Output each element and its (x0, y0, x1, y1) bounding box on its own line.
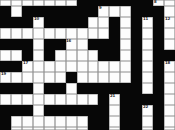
white-cell-r11-c4[interactable] (44, 116, 55, 127)
white-cell-r4-c3[interactable] (33, 39, 44, 50)
black-cell-r11-c9 (98, 116, 109, 127)
black-cell-r7-c12 (131, 72, 142, 83)
white-cell-r3-c4[interactable] (44, 28, 55, 39)
black-cell-r6-c1 (11, 61, 22, 72)
white-cell-r12-c1[interactable] (11, 127, 22, 130)
black-cell-r4-c12 (131, 39, 142, 50)
white-cell-r6-c13[interactable] (142, 61, 153, 72)
white-cell-r7-c2[interactable] (22, 72, 33, 83)
white-cell-r8-c15[interactable] (164, 83, 175, 94)
clue-number-21: 21 (110, 94, 115, 98)
white-cell-r7-c8[interactable] (88, 72, 99, 83)
black-cell-r9-c9 (98, 94, 109, 105)
white-cell-r12-c2[interactable] (22, 127, 33, 130)
white-cell-r2-c15[interactable]: 12 (164, 17, 175, 28)
white-cell-r6-c6[interactable] (66, 61, 77, 72)
white-cell-r9-c5[interactable] (55, 94, 66, 105)
black-cell-r11-c14 (153, 116, 164, 127)
white-cell-r5-c7[interactable] (77, 50, 88, 61)
black-cell-r9-c14 (153, 94, 164, 105)
white-cell-r10-c13[interactable]: 22 (142, 105, 153, 116)
white-cell-r12-c5[interactable] (55, 127, 66, 130)
white-cell-r2-c13[interactable]: 11 (142, 17, 153, 28)
clue-number-18: 18 (165, 61, 170, 65)
white-cell-r1-c11[interactable] (120, 6, 131, 17)
black-cell-r8-c5 (55, 83, 66, 94)
clue-number-11: 11 (143, 17, 148, 21)
black-cell-r2-c6 (66, 17, 77, 28)
white-cell-r11-c7[interactable] (77, 116, 88, 127)
black-cell-r10-c1 (11, 105, 22, 116)
white-cell-r6-c9[interactable] (98, 61, 109, 72)
white-cell-r11-c10[interactable] (109, 116, 120, 127)
white-cell-r9-c0[interactable] (0, 94, 11, 105)
black-cell-r5-c14 (153, 50, 164, 61)
black-cell-r10-c8 (88, 105, 99, 116)
white-cell-r12-c13[interactable] (142, 127, 153, 130)
black-cell-r10-c12 (131, 105, 142, 116)
white-cell-r8-c13[interactable] (142, 83, 153, 94)
black-cell-r5-c10 (109, 50, 120, 61)
black-cell-r1-c8 (88, 6, 99, 17)
black-cell-r9-c11 (120, 94, 131, 105)
black-cell-r10-c2 (22, 105, 33, 116)
white-cell-r12-c3[interactable] (33, 127, 44, 130)
white-cell-r7-c4[interactable] (44, 72, 55, 83)
black-cell-r8-c7 (77, 83, 88, 94)
black-cell-r8-c1 (11, 83, 22, 94)
black-cell-r2-c12 (131, 17, 142, 28)
white-cell-r9-c3[interactable] (33, 94, 44, 105)
white-cell-r6-c15[interactable]: 18 (164, 61, 175, 72)
clue-number-19: 19 (1, 72, 6, 76)
black-cell-r4-c10 (109, 39, 120, 50)
white-cell-r5-c1[interactable] (11, 50, 22, 61)
white-cell-r7-c5[interactable] (55, 72, 66, 83)
black-cell-r2-c4 (44, 17, 55, 28)
clue-number-12: 12 (165, 17, 170, 21)
white-cell-r10-c15[interactable] (164, 105, 175, 116)
white-cell-r3-c0[interactable] (0, 28, 11, 39)
black-cell-r5-c12 (131, 50, 142, 61)
black-cell-r8-c2 (22, 83, 33, 94)
white-cell-r3-c7[interactable] (77, 28, 88, 39)
white-cell-r11-c15[interactable] (164, 116, 175, 127)
white-cell-r12-c4[interactable] (44, 127, 55, 130)
black-cell-r1-c13 (142, 6, 153, 17)
white-cell-r4-c13[interactable] (142, 39, 153, 50)
black-cell-r4-c2 (22, 39, 33, 50)
black-cell-r3-c10 (109, 28, 120, 39)
white-cell-r4-c15[interactable] (164, 39, 175, 50)
white-cell-r7-c13[interactable] (142, 72, 153, 83)
white-cell-r7-c9[interactable] (98, 72, 109, 83)
white-cell-r6-c8[interactable] (88, 61, 99, 72)
black-cell-r10-c6 (66, 105, 77, 116)
black-cell-r2-c0 (0, 17, 11, 28)
white-cell-r10-c3[interactable] (33, 105, 44, 116)
crossword-grid: 89101112161718192122 (0, 0, 175, 130)
white-cell-r5-c0[interactable] (0, 50, 11, 61)
white-cell-r2-c11[interactable] (120, 17, 131, 28)
black-cell-r2-c2 (22, 17, 33, 28)
black-cell-r8-c14 (153, 83, 164, 94)
white-cell-r9-c1[interactable] (11, 94, 22, 105)
black-cell-r12-c12 (131, 127, 142, 130)
white-cell-r3-c11[interactable] (120, 28, 131, 39)
black-cell-r1-c14 (153, 6, 164, 17)
black-cell-r7-c6 (66, 72, 77, 83)
white-cell-r9-c7[interactable] (77, 94, 88, 105)
black-cell-r10-c4 (44, 105, 55, 116)
white-cell-r9-c10[interactable]: 21 (109, 94, 120, 105)
black-cell-r4-c1 (11, 39, 22, 50)
white-cell-r3-c8[interactable] (88, 28, 99, 39)
black-cell-r12-c11 (120, 127, 131, 130)
white-cell-r11-c5[interactable] (55, 116, 66, 127)
white-cell-r4-c6[interactable]: 16 (66, 39, 77, 50)
white-cell-r11-c3[interactable] (33, 116, 44, 127)
black-cell-r5-c9 (98, 50, 109, 61)
black-cell-r2-c7 (77, 17, 88, 28)
white-cell-r7-c10[interactable] (109, 72, 120, 83)
black-cell-r8-c4 (44, 83, 55, 94)
black-cell-r3-c14 (153, 28, 164, 39)
white-cell-r7-c1[interactable] (11, 72, 22, 83)
white-cell-r5-c3[interactable] (33, 50, 44, 61)
white-cell-r6-c10[interactable] (109, 61, 120, 72)
clue-number-8: 8 (154, 0, 156, 4)
white-cell-r3-c6[interactable] (66, 28, 77, 39)
white-cell-r9-c4[interactable] (44, 94, 55, 105)
white-cell-r9-c8[interactable] (88, 94, 99, 105)
black-cell-r11-c8 (88, 116, 99, 127)
white-cell-r3-c9[interactable] (98, 28, 109, 39)
white-cell-r8-c3[interactable] (33, 83, 44, 94)
white-cell-r5-c13[interactable] (142, 50, 153, 61)
white-cell-r7-c15[interactable] (164, 72, 175, 83)
black-cell-r4-c9 (98, 39, 109, 50)
white-cell-r3-c5[interactable] (55, 28, 66, 39)
white-cell-r10-c10[interactable] (109, 105, 120, 116)
white-cell-r11-c1[interactable] (11, 116, 22, 127)
white-cell-r7-c7[interactable] (77, 72, 88, 83)
white-cell-r9-c6[interactable] (66, 94, 77, 105)
black-cell-r2-c1 (11, 17, 22, 28)
black-cell-r2-c5 (55, 17, 66, 28)
black-cell-r8-c0 (0, 83, 11, 94)
black-cell-r4-c8 (88, 39, 99, 50)
white-cell-r12-c6[interactable] (66, 127, 77, 130)
white-cell-r9-c2[interactable] (22, 94, 33, 105)
black-cell-r4-c14 (153, 39, 164, 50)
black-cell-r10-c11 (120, 105, 131, 116)
white-cell-r6-c5[interactable] (55, 61, 66, 72)
black-cell-r2-c14 (153, 17, 164, 28)
black-cell-r1-c2 (22, 6, 33, 17)
black-cell-r8-c11 (120, 83, 131, 94)
white-cell-r4-c7[interactable] (77, 39, 88, 50)
black-cell-r12-c9 (98, 127, 109, 130)
clue-number-10: 10 (34, 17, 39, 21)
black-cell-r3-c12 (131, 28, 142, 39)
black-cell-r12-c8 (88, 127, 99, 130)
white-cell-r3-c3[interactable] (33, 28, 44, 39)
black-cell-r2-c10 (109, 17, 120, 28)
black-cell-r5-c15 (164, 50, 175, 61)
black-cell-r11-c0 (0, 116, 11, 127)
black-cell-r1-c6 (66, 6, 77, 17)
white-cell-r12-c10[interactable] (109, 127, 120, 130)
black-cell-r8-c8 (88, 83, 99, 94)
black-cell-r8-c12 (131, 83, 142, 94)
white-cell-r8-c6[interactable] (66, 83, 77, 94)
black-cell-r4-c4 (44, 39, 55, 50)
clue-number-17: 17 (23, 61, 28, 65)
black-cell-r1-c7 (77, 6, 88, 17)
clue-number-16: 16 (66, 39, 71, 43)
white-cell-r7-c3[interactable] (33, 72, 44, 83)
black-cell-r10-c14 (153, 105, 164, 116)
black-cell-r12-c14 (153, 127, 164, 130)
black-cell-r11-c11 (120, 116, 131, 127)
white-cell-r1-c1[interactable] (11, 6, 22, 17)
white-cell-r5-c8[interactable] (88, 50, 99, 61)
black-cell-r5-c2 (22, 50, 33, 61)
white-cell-r4-c11[interactable] (120, 39, 131, 50)
white-cell-r1-c9[interactable]: 9 (98, 6, 109, 17)
white-cell-r6-c7[interactable] (77, 61, 88, 72)
white-cell-r7-c0[interactable]: 19 (0, 72, 11, 83)
black-cell-r1-c4 (44, 6, 55, 17)
white-cell-r2-c3[interactable]: 10 (33, 17, 44, 28)
white-cell-r7-c11[interactable] (120, 72, 131, 83)
black-cell-r8-c10 (109, 83, 120, 94)
black-cell-r6-c12 (131, 61, 142, 72)
white-cell-r6-c3[interactable] (33, 61, 44, 72)
white-cell-r11-c2[interactable] (22, 116, 33, 127)
white-cell-r1-c15[interactable] (164, 6, 175, 17)
white-cell-r1-c10[interactable] (109, 6, 120, 17)
white-cell-r5-c11[interactable] (120, 50, 131, 61)
black-cell-r4-c5 (55, 39, 66, 50)
black-cell-r1-c3 (33, 6, 44, 17)
black-cell-r10-c9 (98, 105, 109, 116)
black-cell-r10-c5 (55, 105, 66, 116)
white-cell-r5-c5[interactable] (55, 50, 66, 61)
black-cell-r1-c5 (55, 6, 66, 17)
white-cell-r6-c2[interactable]: 17 (22, 61, 33, 72)
white-cell-r3-c2[interactable] (22, 28, 33, 39)
clue-number-22: 22 (143, 105, 148, 109)
white-cell-r11-c13[interactable] (142, 116, 153, 127)
white-cell-r11-c6[interactable] (66, 116, 77, 127)
black-cell-r8-c9 (98, 83, 109, 94)
white-cell-r2-c9[interactable] (98, 17, 109, 28)
clue-number-9: 9 (99, 6, 101, 10)
black-cell-r6-c0 (0, 61, 11, 72)
white-cell-r3-c15[interactable] (164, 28, 175, 39)
black-cell-r1-c0 (0, 6, 11, 17)
white-cell-r12-c7[interactable] (77, 127, 88, 130)
black-cell-r10-c0 (0, 105, 11, 116)
white-cell-r6-c4[interactable] (44, 61, 55, 72)
white-cell-r3-c1[interactable] (11, 28, 22, 39)
white-cell-r6-c11[interactable] (120, 61, 131, 72)
white-cell-r2-c8[interactable] (88, 17, 99, 28)
white-cell-r5-c6[interactable] (66, 50, 77, 61)
white-cell-r12-c15[interactable] (164, 127, 175, 130)
black-cell-r12-c0 (0, 127, 11, 130)
white-cell-r3-c13[interactable] (142, 28, 153, 39)
black-cell-r4-c0 (0, 39, 11, 50)
white-cell-r9-c15[interactable] (164, 94, 175, 105)
black-cell-r9-c13 (142, 94, 153, 105)
black-cell-r9-c12 (131, 94, 142, 105)
black-cell-r5-c4 (44, 50, 55, 61)
black-cell-r1-c12 (131, 6, 142, 17)
black-cell-r10-c7 (77, 105, 88, 116)
black-cell-r11-c12 (131, 116, 142, 127)
black-cell-r7-c14 (153, 72, 164, 83)
black-cell-r6-c14 (153, 61, 164, 72)
